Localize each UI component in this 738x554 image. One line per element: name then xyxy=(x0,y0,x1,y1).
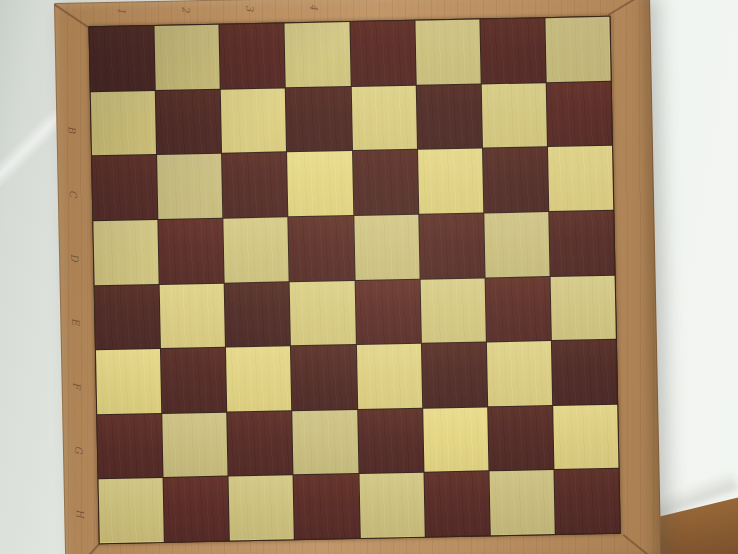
square-r3c2 xyxy=(157,154,222,219)
square-r8c5 xyxy=(359,473,424,538)
square-r6c1 xyxy=(96,349,161,414)
square-r2c6 xyxy=(416,84,481,149)
frame-mark-left-E: E xyxy=(70,318,80,326)
square-r5c4 xyxy=(290,281,355,346)
square-r8c3 xyxy=(229,476,294,541)
square-r7c8 xyxy=(553,405,618,470)
square-r3c3 xyxy=(222,153,287,218)
square-r1c5 xyxy=(350,21,415,86)
square-r7c3 xyxy=(228,411,293,476)
frame-mark-left-B: B xyxy=(66,126,76,134)
square-r6c3 xyxy=(226,346,291,411)
square-r1c3 xyxy=(220,23,285,88)
frame-mark-left-D: D xyxy=(69,254,79,262)
square-r6c7 xyxy=(487,341,552,406)
square-r8c2 xyxy=(164,477,229,542)
miter-bottom-left xyxy=(66,542,101,554)
square-r4c7 xyxy=(484,212,549,277)
square-r5c2 xyxy=(160,283,225,348)
frame-mark-left-G: G xyxy=(73,446,83,454)
frame-mark-left-F: F xyxy=(71,382,81,389)
square-r6c8 xyxy=(552,340,617,405)
frame-mark-top-1: 1 xyxy=(116,7,126,14)
frame-mark-left-C: C xyxy=(68,190,78,198)
square-r4c4 xyxy=(289,216,354,281)
miter-bottom-right xyxy=(623,534,662,554)
square-r3c6 xyxy=(418,149,483,214)
frame-mark-top-2: 2 xyxy=(180,6,190,13)
square-r8c7 xyxy=(489,470,554,535)
board xyxy=(88,16,620,544)
square-r8c4 xyxy=(294,474,359,539)
square-r8c6 xyxy=(424,472,489,537)
square-r6c6 xyxy=(422,343,487,408)
square-r4c1 xyxy=(93,220,158,285)
square-r4c8 xyxy=(549,211,614,276)
square-r3c7 xyxy=(483,147,548,212)
square-r4c2 xyxy=(158,219,223,284)
square-r5c5 xyxy=(355,279,420,344)
square-r2c3 xyxy=(221,88,286,153)
square-r7c6 xyxy=(423,407,488,472)
square-r3c4 xyxy=(287,151,352,216)
square-r4c5 xyxy=(354,215,419,280)
frame-labels-top: 1234 xyxy=(54,0,650,3)
square-r6c2 xyxy=(161,348,226,413)
square-r8c1 xyxy=(99,478,164,543)
square-r4c3 xyxy=(224,217,289,282)
square-r6c5 xyxy=(356,344,421,409)
square-r2c7 xyxy=(481,83,546,148)
photo-scene: 1234 BCDEFGH xyxy=(0,0,738,554)
square-r8c8 xyxy=(554,469,619,534)
square-r2c8 xyxy=(547,81,612,146)
square-r1c6 xyxy=(415,19,480,84)
square-r1c8 xyxy=(545,17,610,82)
frame-labels-left: BCDEFGH xyxy=(54,0,650,3)
square-r5c3 xyxy=(225,282,290,347)
square-r2c2 xyxy=(156,89,221,154)
square-r1c2 xyxy=(155,25,220,90)
square-r2c5 xyxy=(351,85,416,150)
square-r7c4 xyxy=(293,410,358,475)
frame-mark-top-3: 3 xyxy=(244,5,254,12)
frame-mark-top-4: 4 xyxy=(308,4,318,11)
square-r1c7 xyxy=(480,18,545,83)
square-r2c4 xyxy=(286,87,351,152)
square-r7c1 xyxy=(97,414,162,479)
square-r5c7 xyxy=(485,277,550,342)
square-r6c4 xyxy=(291,345,356,410)
miter-top-left xyxy=(54,3,89,28)
square-r7c7 xyxy=(488,406,553,471)
square-r7c5 xyxy=(358,408,423,473)
square-r5c6 xyxy=(420,278,485,343)
square-r3c8 xyxy=(548,146,613,211)
square-r3c1 xyxy=(92,155,157,220)
square-r3c5 xyxy=(353,150,418,215)
board-frame: 1234 BCDEFGH xyxy=(54,0,661,554)
square-r2c1 xyxy=(91,91,156,156)
square-r1c4 xyxy=(285,22,350,87)
square-r7c2 xyxy=(162,412,227,477)
square-r1c1 xyxy=(89,26,154,91)
miter-top-right xyxy=(608,0,650,16)
square-r5c8 xyxy=(550,275,615,340)
square-r5c1 xyxy=(95,284,160,349)
square-r4c6 xyxy=(419,213,484,278)
frame-mark-left-H: H xyxy=(75,509,85,518)
